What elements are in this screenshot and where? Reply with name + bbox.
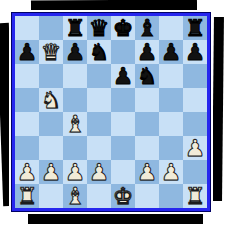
black-knight[interactable]: ♞ [137, 65, 158, 88]
black-knight[interactable]: ♞ [89, 41, 110, 64]
black-pawn[interactable]: ♟ [161, 41, 182, 64]
square-a3[interactable] [15, 136, 39, 160]
square-g5[interactable] [159, 88, 183, 112]
square-f8[interactable]: ♝ [135, 16, 159, 40]
square-a5[interactable] [15, 88, 39, 112]
white-queen[interactable]: ♛ [41, 41, 62, 64]
square-f6[interactable]: ♞ [135, 64, 159, 88]
square-d3[interactable] [87, 136, 111, 160]
white-pawn[interactable]: ♟ [89, 161, 110, 184]
square-g6[interactable] [159, 64, 183, 88]
chess-diagram-canvas: ♜♛♚♝♜♟♛♟♞♟♟♟♟♞♞♝♟♟♟♟♟♟♟♜♝♚♜ [0, 0, 225, 225]
square-a2[interactable]: ♟ [15, 160, 39, 184]
square-a6[interactable] [15, 64, 39, 88]
white-pawn[interactable]: ♟ [17, 161, 38, 184]
white-king[interactable]: ♚ [113, 185, 134, 208]
white-pawn[interactable]: ♟ [161, 161, 182, 184]
white-pawn[interactable]: ♟ [185, 137, 206, 160]
square-g1[interactable] [159, 184, 183, 208]
square-f4[interactable] [135, 112, 159, 136]
square-g8[interactable] [159, 16, 183, 40]
board-shadow-bottom [28, 213, 203, 224]
square-c7[interactable]: ♟ [63, 40, 87, 64]
square-c4[interactable]: ♝ [63, 112, 87, 136]
square-h5[interactable] [183, 88, 207, 112]
white-rook[interactable]: ♜ [185, 185, 206, 208]
chess-board: ♜♛♚♝♜♟♛♟♞♟♟♟♟♞♞♝♟♟♟♟♟♟♟♜♝♚♜ [12, 13, 210, 211]
black-queen[interactable]: ♛ [89, 17, 110, 40]
white-pawn[interactable]: ♟ [41, 161, 62, 184]
black-pawn[interactable]: ♟ [185, 41, 206, 64]
square-b8[interactable] [39, 16, 63, 40]
square-c8[interactable]: ♜ [63, 16, 87, 40]
black-rook[interactable]: ♜ [65, 17, 86, 40]
square-d1[interactable] [87, 184, 111, 208]
square-a1[interactable]: ♜ [15, 184, 39, 208]
square-h4[interactable] [183, 112, 207, 136]
square-h3[interactable]: ♟ [183, 136, 207, 160]
square-f5[interactable] [135, 88, 159, 112]
square-c2[interactable]: ♟ [63, 160, 87, 184]
square-e3[interactable] [111, 136, 135, 160]
square-b2[interactable]: ♟ [39, 160, 63, 184]
black-king[interactable]: ♚ [113, 17, 134, 40]
square-c5[interactable] [63, 88, 87, 112]
black-rook[interactable]: ♜ [185, 17, 206, 40]
black-pawn[interactable]: ♟ [65, 41, 86, 64]
square-c3[interactable] [63, 136, 87, 160]
square-b5[interactable]: ♞ [39, 88, 63, 112]
white-pawn[interactable]: ♟ [65, 161, 86, 184]
square-h2[interactable] [183, 160, 207, 184]
square-b4[interactable] [39, 112, 63, 136]
square-b6[interactable] [39, 64, 63, 88]
white-knight[interactable]: ♞ [41, 89, 62, 112]
square-a4[interactable] [15, 112, 39, 136]
square-h6[interactable] [183, 64, 207, 88]
square-g4[interactable] [159, 112, 183, 136]
square-e6[interactable]: ♟ [111, 64, 135, 88]
square-d5[interactable] [87, 88, 111, 112]
board-shadow-right [212, 17, 224, 201]
square-g2[interactable]: ♟ [159, 160, 183, 184]
black-pawn[interactable]: ♟ [137, 41, 158, 64]
square-d6[interactable] [87, 64, 111, 88]
square-e2[interactable] [111, 160, 135, 184]
square-h7[interactable]: ♟ [183, 40, 207, 64]
square-h8[interactable]: ♜ [183, 16, 207, 40]
board-grid: ♜♛♚♝♜♟♛♟♞♟♟♟♟♞♞♝♟♟♟♟♟♟♟♜♝♚♜ [15, 16, 207, 208]
square-f1[interactable] [135, 184, 159, 208]
square-e7[interactable] [111, 40, 135, 64]
board-shadow-top [31, 0, 197, 13]
square-e8[interactable]: ♚ [111, 16, 135, 40]
square-b3[interactable] [39, 136, 63, 160]
square-d2[interactable]: ♟ [87, 160, 111, 184]
square-b7[interactable]: ♛ [39, 40, 63, 64]
square-g7[interactable]: ♟ [159, 40, 183, 64]
white-bishop[interactable]: ♝ [65, 185, 86, 208]
square-d7[interactable]: ♞ [87, 40, 111, 64]
square-c1[interactable]: ♝ [63, 184, 87, 208]
white-rook[interactable]: ♜ [17, 185, 38, 208]
white-bishop[interactable]: ♝ [65, 113, 86, 136]
square-f2[interactable]: ♟ [135, 160, 159, 184]
square-e5[interactable] [111, 88, 135, 112]
square-b1[interactable] [39, 184, 63, 208]
square-c6[interactable] [63, 64, 87, 88]
white-pawn[interactable]: ♟ [137, 161, 158, 184]
square-f3[interactable] [135, 136, 159, 160]
square-g3[interactable] [159, 136, 183, 160]
square-a7[interactable]: ♟ [15, 40, 39, 64]
square-a8[interactable] [15, 16, 39, 40]
black-bishop[interactable]: ♝ [137, 17, 158, 40]
square-d8[interactable]: ♛ [87, 16, 111, 40]
square-h1[interactable]: ♜ [183, 184, 207, 208]
square-e4[interactable] [111, 112, 135, 136]
square-e1[interactable]: ♚ [111, 184, 135, 208]
black-pawn[interactable]: ♟ [17, 41, 38, 64]
square-f7[interactable]: ♟ [135, 40, 159, 64]
square-d4[interactable] [87, 112, 111, 136]
black-pawn[interactable]: ♟ [113, 65, 134, 88]
